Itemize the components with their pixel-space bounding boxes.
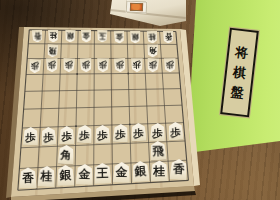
- piece-kanji: 銀: [60, 170, 72, 182]
- piece-pawn-sente: 歩: [149, 123, 165, 141]
- piece-kanji: 香: [33, 32, 41, 40]
- piece-kanji: 香: [22, 172, 34, 184]
- piece-pawn-gote: 歩: [63, 58, 75, 73]
- piece-pawn-gote: 歩: [131, 58, 143, 72]
- piece-kanji: 香: [172, 164, 184, 177]
- piece-kanji: 歩: [65, 61, 74, 70]
- piece-kanji: 桂: [50, 32, 57, 39]
- piece-gold-gote: 金: [113, 30, 124, 43]
- piece-pawn-sente: 歩: [77, 125, 93, 144]
- piece-silver-gote: 銀: [64, 30, 75, 43]
- shogi-photo-scene: 将 棋 盤 香桂銀金玉金銀桂香飛角歩歩歩歩歩歩歩歩歩歩歩歩歩歩歩歩歩歩角飛香桂銀…: [0, 0, 280, 200]
- piece-kanji: 歩: [43, 131, 54, 142]
- piece-kanji: 歩: [152, 127, 163, 138]
- piece-bishop-gote: 角: [147, 44, 158, 57]
- piece-pawn-sente: 歩: [131, 123, 147, 142]
- piece-kanji: 歩: [25, 132, 36, 143]
- piece-pawn-gote: 歩: [97, 58, 109, 72]
- piece-kanji: 歩: [149, 60, 158, 69]
- piece-pawn-gote: 歩: [80, 58, 92, 73]
- piece-rook-gote: 飛: [47, 43, 59, 57]
- piece-kanji: 歩: [116, 128, 127, 139]
- piece-king-sente: 王: [94, 163, 112, 184]
- piece-kanji: 歩: [170, 126, 181, 137]
- piece-gold-sente: 金: [113, 162, 131, 183]
- piece-kanji: 歩: [31, 61, 40, 70]
- piece-knight-sente: 桂: [151, 160, 168, 181]
- piece-lance-sente: 香: [169, 159, 187, 180]
- piece-kanji: 歩: [98, 61, 106, 69]
- piece-gold-gote: 金: [81, 30, 92, 43]
- pieces-layer: 香桂銀金玉金銀桂香飛角歩歩歩歩歩歩歩歩歩歩歩歩歩歩歩歩歩歩角飛香桂銀金王金銀桂香: [0, 0, 280, 200]
- piece-knight-gote: 桂: [146, 30, 157, 43]
- piece-rook-sente: 飛: [150, 141, 167, 161]
- piece-kanji: 歩: [79, 130, 90, 141]
- piece-lance-gote: 香: [163, 31, 174, 44]
- piece-silver-sente: 銀: [131, 161, 149, 182]
- piece-kanji: 歩: [48, 61, 56, 69]
- piece-pawn-sente: 歩: [167, 122, 183, 141]
- piece-knight-gote: 桂: [48, 30, 59, 43]
- piece-silver-gote: 銀: [130, 31, 141, 44]
- piece-kanji: 角: [60, 150, 72, 162]
- piece-gold-sente: 金: [75, 164, 93, 185]
- piece-kanji: 銀: [132, 33, 139, 40]
- piece-pawn-sente: 歩: [113, 124, 129, 143]
- shogi-board: 香桂銀金玉金銀桂香飛角歩歩歩歩歩歩歩歩歩歩歩歩歩歩歩歩歩歩角飛香桂銀金王金銀桂香: [0, 0, 280, 200]
- piece-kanji: 金: [115, 33, 123, 41]
- piece-kanji: 桂: [40, 171, 52, 184]
- piece-knight-sente: 桂: [38, 166, 56, 187]
- piece-kanji: 金: [82, 32, 89, 39]
- piece-kanji: 歩: [132, 60, 140, 68]
- piece-kanji: 香: [165, 33, 172, 40]
- piece-pawn-gote: 歩: [113, 58, 126, 73]
- piece-pawn-sente: 歩: [59, 126, 74, 144]
- piece-pawn-sente: 歩: [23, 127, 39, 145]
- piece-kanji: 歩: [98, 129, 109, 140]
- piece-pawn-sente: 歩: [41, 126, 57, 145]
- piece-kanji: 桂: [148, 33, 156, 41]
- piece-kanji: 歩: [61, 130, 72, 141]
- piece-kanji: 銀: [134, 166, 146, 179]
- piece-pawn-sente: 歩: [95, 125, 111, 143]
- piece-kanji: 玉: [99, 32, 107, 40]
- piece-pawn-gote: 歩: [164, 58, 176, 72]
- piece-kanji: 王: [97, 168, 109, 180]
- piece-lance-sente: 香: [19, 167, 36, 188]
- piece-king-gote: 玉: [97, 30, 108, 43]
- piece-pawn-gote: 歩: [29, 58, 42, 73]
- piece-kanji: 角: [149, 46, 157, 54]
- piece-kanji: 歩: [134, 128, 145, 139]
- piece-kanji: 銀: [66, 32, 74, 40]
- piece-kanji: 飛: [152, 146, 164, 158]
- piece-lance-gote: 香: [31, 30, 42, 43]
- piece-kanji: 金: [116, 167, 128, 179]
- piece-bishop-sente: 角: [58, 145, 75, 165]
- piece-kanji: 桂: [153, 165, 165, 177]
- piece-kanji: 金: [78, 169, 90, 181]
- piece-kanji: 飛: [49, 46, 57, 54]
- piece-pawn-gote: 歩: [46, 58, 58, 72]
- piece-kanji: 歩: [81, 61, 90, 70]
- piece-pawn-gote: 歩: [147, 58, 160, 73]
- piece-silver-sente: 銀: [57, 165, 75, 186]
- piece-kanji: 歩: [166, 60, 174, 68]
- piece-kanji: 歩: [115, 60, 124, 69]
